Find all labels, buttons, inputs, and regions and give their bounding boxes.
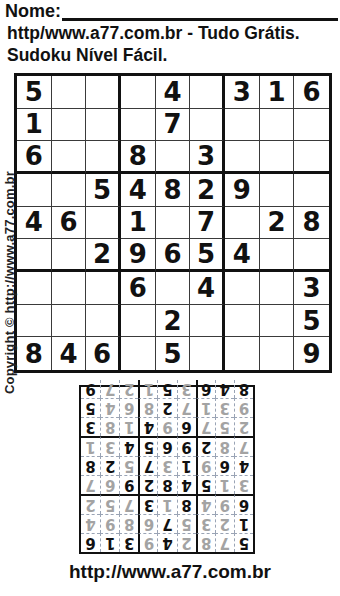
main-grid-cell-r1c2 [52, 76, 87, 109]
main-grid-cell-r2c9 [294, 109, 329, 142]
main-grid-cell-r3c4: 8 [121, 141, 156, 174]
sol-grid-cell-r4c3: 5 [196, 475, 215, 494]
sol-grid-cell-r1c3: 8 [196, 533, 215, 552]
main-grid-cell-r8c6 [190, 305, 225, 338]
main-grid-cell-r9c4 [121, 337, 156, 370]
main-grid-cell-r9c6 [190, 337, 225, 370]
sol-grid-cell-r9c9: 9 [81, 380, 100, 398]
sol-grid-cell-r8c9: 5 [81, 398, 100, 417]
main-grid-cell-r2c3 [86, 109, 121, 142]
main-grid-cell-r1c9: 6 [294, 76, 329, 109]
sol-grid-cell-r7c4: 6 [177, 417, 196, 436]
sol-grid-cell-r5c5: 3 [157, 456, 176, 475]
main-grid-cell-r9c1: 8 [17, 337, 52, 370]
sol-grid-cell-r3c5: 1 [157, 494, 176, 514]
sol-grid-cell-r6c9: 1 [81, 436, 100, 456]
main-grid-cell-r5c1: 4 [17, 207, 52, 240]
sol-grid-cell-r8c5: 2 [157, 398, 176, 417]
main-grid-cell-r3c1: 6 [17, 141, 52, 174]
main-grid-cell-r7c3 [86, 272, 121, 305]
copyright-vertical-text: Copyright © http://www.a77.com.br [2, 136, 16, 394]
sol-grid-cell-r5c1: 4 [234, 456, 253, 475]
main-grid-cell-r4c7: 9 [225, 174, 260, 207]
main-grid-cell-r4c6: 2 [190, 174, 225, 207]
main-grid-cell-r2c6 [190, 109, 225, 142]
sol-grid-cell-r5c7: 5 [119, 456, 138, 475]
sol-grid-cell-r9c3: 6 [196, 380, 215, 398]
main-grid-cell-r1c6 [190, 76, 225, 109]
solution-grid: 5782493161235768946948137523154829674691… [79, 385, 255, 554]
main-grid-cell-r9c2: 4 [52, 337, 87, 370]
main-grid-cell-r6c4: 9 [121, 239, 156, 272]
sol-grid-cell-r9c6: 1 [138, 380, 157, 398]
main-grid-cell-r7c4: 6 [121, 272, 156, 305]
main-grid-cell-r5c4: 1 [121, 207, 156, 240]
main-grid-cell-r5c3 [86, 207, 121, 240]
sol-grid-cell-r2c6: 6 [138, 514, 157, 533]
sol-grid-cell-r2c9: 4 [81, 514, 100, 533]
main-grid-cell-r7c1 [17, 272, 52, 305]
main-grid-cell-r8c8 [260, 305, 295, 338]
main-grid-cell-r2c7 [225, 109, 260, 142]
sol-grid-cell-r8c2: 3 [215, 398, 234, 417]
sol-grid-cell-r6c4: 9 [177, 436, 196, 456]
sol-grid-cell-r4c2: 1 [215, 475, 234, 494]
name-row: Nome: [5, 1, 338, 23]
sol-grid-cell-r1c1: 5 [234, 533, 253, 552]
main-grid-cell-r8c3 [86, 305, 121, 338]
main-grid-cell-r7c5 [156, 272, 191, 305]
sol-grid-cell-r7c1: 2 [234, 417, 253, 436]
main-grid-cell-r1c7: 3 [225, 76, 260, 109]
main-grid-cell-r5c6: 7 [190, 207, 225, 240]
sol-grid-cell-r9c4: 3 [177, 380, 196, 398]
main-grid-cell-r6c7: 4 [225, 239, 260, 272]
main-grid-cell-r8c1 [17, 305, 52, 338]
main-grid-cell-r4c3: 5 [86, 174, 121, 207]
sol-grid-cell-r7c9: 3 [81, 417, 100, 436]
main-grid-cell-r3c2 [52, 141, 87, 174]
sol-grid-cell-r8c4: 7 [177, 398, 196, 417]
sol-grid-cell-r1c2: 7 [215, 533, 234, 552]
main-grid-cell-r1c3 [86, 76, 121, 109]
main-grid-cell-r7c7 [225, 272, 260, 305]
sol-grid-cell-r3c1: 6 [234, 494, 253, 514]
sol-grid-cell-r7c8: 8 [100, 417, 119, 436]
sol-grid-cell-r7c5: 9 [157, 417, 176, 436]
sol-grid-cell-r5c9: 8 [81, 456, 100, 475]
main-grid-cell-r8c4 [121, 305, 156, 338]
sol-grid-cell-r3c6: 3 [138, 494, 157, 514]
sol-grid-cell-r5c3: 9 [196, 456, 215, 475]
main-grid-cell-r5c8: 2 [260, 207, 295, 240]
main-grid-cell-r2c2 [52, 109, 87, 142]
sol-grid-cell-r8c1: 9 [234, 398, 253, 417]
main-grid-cell-r8c5: 2 [156, 305, 191, 338]
sudoku-print-page: Nome: http/www.a77.com.br - Tudo Grátis.… [0, 0, 340, 596]
main-grid-cell-r9c9: 9 [294, 337, 329, 370]
sol-grid-cell-r6c3: 2 [196, 436, 215, 456]
name-label: Nome: [5, 1, 61, 22]
main-grid-cell-r3c5 [156, 141, 191, 174]
main-grid-cell-r9c5: 5 [156, 337, 191, 370]
main-grid-cell-r3c8 [260, 141, 295, 174]
main-grid-cell-r4c8 [260, 174, 295, 207]
sol-grid-cell-r9c1: 8 [234, 380, 253, 398]
sol-grid-cell-r8c7: 6 [119, 398, 138, 417]
main-grid-cell-r4c4: 4 [121, 174, 156, 207]
sol-grid-cell-r1c7: 3 [119, 533, 138, 552]
difficulty-title: Sudoku Nível Fácil. [7, 45, 167, 66]
sol-grid-cell-r8c8: 4 [100, 398, 119, 417]
main-grid-cell-r5c9: 8 [294, 207, 329, 240]
sol-grid-cell-r3c4: 8 [177, 494, 196, 514]
sol-grid-cell-r5c6: 7 [138, 456, 157, 475]
main-grid-cell-r4c5: 8 [156, 174, 191, 207]
main-grid-cell-r8c2 [52, 305, 87, 338]
main-grid-cell-r5c5 [156, 207, 191, 240]
sol-grid-cell-r1c9: 6 [81, 533, 100, 552]
sol-grid-cell-r2c2: 2 [215, 514, 234, 533]
main-grid-cell-r3c6: 3 [190, 141, 225, 174]
main-grid-cell-r4c1 [17, 174, 52, 207]
main-grid-cell-r3c9 [294, 141, 329, 174]
site-header: http/www.a77.com.br - Tudo Grátis. [7, 23, 300, 44]
sol-grid-cell-r4c4: 4 [177, 475, 196, 494]
sol-grid-cell-r6c8: 3 [100, 436, 119, 456]
sol-grid-cell-r9c8: 7 [100, 380, 119, 398]
main-grid-cell-r4c2 [52, 174, 87, 207]
main-grid-cell-r6c8 [260, 239, 295, 272]
sol-grid-cell-r2c8: 9 [100, 514, 119, 533]
sol-grid-cell-r3c9: 2 [81, 494, 100, 514]
main-grid-cell-r6c3: 2 [86, 239, 121, 272]
sol-grid-cell-r6c1: 7 [234, 436, 253, 456]
main-grid-cell-r7c2 [52, 272, 87, 305]
sol-grid-cell-r1c6: 9 [138, 533, 157, 552]
sol-grid-cell-r3c2: 9 [215, 494, 234, 514]
main-grid-cell-r6c2 [52, 239, 87, 272]
main-grid-cell-r1c5: 4 [156, 76, 191, 109]
sol-grid-cell-r7c2: 5 [215, 417, 234, 436]
main-grid-cell-r3c3 [86, 141, 121, 174]
main-grid-cell-r2c1: 1 [17, 109, 52, 142]
sol-grid-cell-r1c5: 4 [157, 533, 176, 552]
sol-grid-cell-r4c8: 6 [100, 475, 119, 494]
main-grid-cell-r2c5: 7 [156, 109, 191, 142]
footer-url: http://www.a77.com.br [0, 561, 340, 583]
main-grid-cell-r9c8 [260, 337, 295, 370]
main-grid-cell-r4c9 [294, 174, 329, 207]
main-grid-cell-r9c7 [225, 337, 260, 370]
sol-grid-cell-r7c6: 4 [138, 417, 157, 436]
main-grid-cell-r5c2: 6 [52, 207, 87, 240]
sol-grid-cell-r9c2: 4 [215, 380, 234, 398]
main-grid-cell-r8c7 [225, 305, 260, 338]
main-grid-cell-r2c8 [260, 109, 295, 142]
main-grid-cell-r1c8: 1 [260, 76, 295, 109]
sol-grid-cell-r5c4: 1 [177, 456, 196, 475]
sol-grid-cell-r1c8: 1 [100, 533, 119, 552]
main-grid-cell-r2c4 [121, 109, 156, 142]
sol-grid-cell-r2c5: 7 [157, 514, 176, 533]
sol-grid-cell-r2c3: 3 [196, 514, 215, 533]
sol-grid-cell-r6c7: 4 [119, 436, 138, 456]
main-grid-cell-r3c7 [225, 141, 260, 174]
main-grid-cell-r5c7 [225, 207, 260, 240]
sol-grid-cell-r4c5: 8 [157, 475, 176, 494]
sol-grid-cell-r4c7: 9 [119, 475, 138, 494]
sol-grid-cell-r2c7: 8 [119, 514, 138, 533]
sol-grid-cell-r4c6: 2 [138, 475, 157, 494]
main-grid-cell-r1c1: 5 [17, 76, 52, 109]
sol-grid-cell-r6c2: 8 [215, 436, 234, 456]
sol-grid-cell-r9c5: 5 [157, 380, 176, 398]
sol-grid-cell-r7c3: 7 [196, 417, 215, 436]
main-grid-cell-r1c4 [121, 76, 156, 109]
main-grid-cell-r9c3: 6 [86, 337, 121, 370]
main-grid-cell-r7c8 [260, 272, 295, 305]
sol-grid-cell-r5c2: 6 [215, 456, 234, 475]
main-grid-cell-r6c5: 6 [156, 239, 191, 272]
sol-grid-cell-r4c9: 7 [81, 475, 100, 494]
main-grid-cell-r7c6: 4 [190, 272, 225, 305]
main-grid-cell-r6c1 [17, 239, 52, 272]
main-grid-cell-r8c9: 5 [294, 305, 329, 338]
sol-grid-cell-r3c8: 5 [100, 494, 119, 514]
sol-grid-cell-r8c3: 1 [196, 398, 215, 417]
sol-grid-cell-r9c7: 2 [119, 380, 138, 398]
sol-grid-cell-r2c4: 5 [177, 514, 196, 533]
sol-grid-cell-r1c4: 2 [177, 533, 196, 552]
main-grid-cell-r7c9: 3 [294, 272, 329, 305]
sol-grid-cell-r5c8: 2 [100, 456, 119, 475]
sol-grid-cell-r3c7: 7 [119, 494, 138, 514]
sol-grid-cell-r6c6: 5 [138, 436, 157, 456]
sol-grid-cell-r4c1: 3 [234, 475, 253, 494]
name-fill-line [62, 18, 338, 21]
puzzle-grid: 543161768354829461728296546432584659 [14, 73, 332, 373]
sol-grid-cell-r6c5: 6 [157, 436, 176, 456]
sol-grid-cell-r3c3: 4 [196, 494, 215, 514]
main-grid-cell-r6c6: 5 [190, 239, 225, 272]
sol-grid-cell-r8c6: 8 [138, 398, 157, 417]
sol-grid-cell-r2c1: 1 [234, 514, 253, 533]
sol-grid-cell-r7c7: 1 [119, 417, 138, 436]
main-grid-cell-r6c9 [294, 239, 329, 272]
